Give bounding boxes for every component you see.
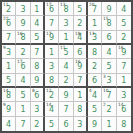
cell-digit: 4: [92, 92, 97, 100]
cell-r7c4[interactable]: 122: [45, 88, 59, 102]
cell-r7c2[interactable]: 5: [16, 88, 30, 102]
cell-r9c3[interactable]: 2: [31, 117, 45, 131]
cell-r5c3[interactable]: 8: [31, 59, 45, 73]
cell-r1c2[interactable]: 3: [16, 2, 30, 16]
cell-r2c8[interactable]: 158: [102, 16, 116, 30]
cell-digit: 4: [106, 49, 111, 57]
cage-sum-label: 9: [3, 45, 6, 49]
cell-r8c9[interactable]: 146: [117, 102, 131, 116]
cell-r9c1[interactable]: 4: [2, 117, 16, 131]
cage-sum-label: 20: [89, 2, 95, 6]
cell-digit: 2: [6, 6, 11, 14]
cell-r9c5[interactable]: 6: [59, 117, 73, 131]
cell-digit: 3: [106, 77, 111, 85]
cell-r4c1[interactable]: 93: [2, 45, 16, 59]
cell-r6c9[interactable]: 1: [117, 74, 131, 88]
cell-r6c3[interactable]: 9: [31, 74, 45, 88]
cage-sum-label: 2: [103, 102, 106, 106]
cell-r5c4[interactable]: 3: [45, 59, 59, 73]
cell-r1c3[interactable]: 1: [31, 2, 45, 16]
cell-r5c2[interactable]: 176: [16, 59, 30, 73]
cage-sum-label: 13: [60, 2, 66, 6]
cell-r6c1[interactable]: 5: [2, 74, 16, 88]
cell-r1c8[interactable]: 9: [102, 2, 116, 16]
cell-digit: 5: [6, 77, 11, 85]
cell-r3c2[interactable]: 168: [16, 31, 30, 45]
cell-digit: 3: [34, 106, 39, 114]
cell-digit: 5: [106, 63, 111, 71]
cell-r5c8[interactable]: 5: [102, 59, 116, 73]
cell-digit: 6: [63, 121, 68, 129]
cage-sum-label: 15: [103, 16, 109, 20]
cell-digit: 8: [106, 20, 111, 28]
cell-r6c2[interactable]: 4: [16, 74, 30, 88]
cell-digit: 9: [77, 63, 82, 71]
cell-digit: 9: [106, 6, 111, 14]
cell-r6c7[interactable]: 6: [88, 74, 102, 88]
cage-sum-label: 14: [3, 88, 9, 92]
cage-sum-label: 16: [118, 45, 124, 49]
cell-digit: 5: [63, 49, 68, 57]
cell-digit: 8: [77, 106, 82, 114]
cell-r4c4[interactable]: 1: [45, 45, 59, 59]
cell-r8c5[interactable]: 7: [59, 102, 73, 116]
cell-digit: 6: [6, 20, 11, 28]
cell-r8c7[interactable]: 5: [88, 102, 102, 116]
cell-r8c3[interactable]: 3: [31, 102, 45, 116]
cell-digit: 6: [106, 34, 111, 42]
cell-r3c7[interactable]: 133: [88, 31, 102, 45]
cell-digit: 4: [63, 63, 68, 71]
cell-r4c9[interactable]: 169: [117, 45, 131, 59]
cell-r7c7[interactable]: 44: [88, 88, 102, 102]
cell-digit: 7: [92, 6, 97, 14]
cell-digit: 8: [49, 77, 54, 85]
cell-digit: 8: [6, 92, 11, 100]
cell-digit: 6: [121, 106, 126, 114]
cell-digit: 2: [20, 49, 25, 57]
cell-digit: 9: [6, 106, 11, 114]
cell-digit: 8: [34, 63, 39, 71]
cell-digit: 4: [121, 6, 126, 14]
cell-r5c5[interactable]: 4: [59, 59, 73, 73]
cell-digit: 2: [106, 106, 111, 114]
cell-r6c6[interactable]: 7: [74, 74, 88, 88]
cell-digit: 8: [92, 49, 97, 57]
cell-digit: 4: [20, 77, 25, 85]
cell-digit: 2: [34, 121, 39, 129]
cage-sum-label: 4: [89, 88, 92, 92]
cage-sum-label: 13: [89, 31, 95, 35]
cell-digit: 5: [20, 92, 25, 100]
cell-r7c6[interactable]: 1: [74, 88, 88, 102]
cell-digit: 7: [49, 20, 54, 28]
cell-digit: 2: [49, 92, 54, 100]
cell-r5c1[interactable]: 1: [2, 59, 16, 73]
cell-r3c5[interactable]: 1: [59, 31, 73, 45]
cell-r8c4[interactable]: 144: [45, 102, 59, 116]
cage-sum-label: 16: [17, 31, 23, 35]
cell-digit: 1: [49, 49, 54, 57]
cell-r9c7[interactable]: 9: [88, 117, 102, 131]
cage-sum-label: 17: [46, 2, 52, 6]
cell-r7c9[interactable]: 3: [117, 88, 131, 102]
cage-sum-label: 11: [3, 2, 9, 6]
cage-sum-label: 3: [103, 74, 106, 78]
cell-r2c4[interactable]: 7: [45, 16, 59, 30]
cell-digit: 1: [6, 63, 11, 71]
cage-sum-label: 17: [46, 31, 52, 35]
cell-r6c8[interactable]: 33: [102, 74, 116, 88]
cage-sum-label: 10: [103, 88, 109, 92]
cell-r4c5[interactable]: 115: [59, 45, 73, 59]
cell-r1c1[interactable]: 112: [2, 2, 16, 16]
cage-sum-label: 14: [46, 102, 52, 106]
cell-r3c9[interactable]: 2: [117, 31, 131, 45]
cell-digit: 9: [63, 92, 68, 100]
cage-sum-label: 22: [3, 16, 9, 20]
cell-r2c5[interactable]: 3: [59, 16, 73, 30]
cage-sum-label: 14: [118, 102, 124, 106]
cell-r4c3[interactable]: 7: [31, 45, 45, 59]
cage-sum-label: 16: [75, 59, 81, 63]
cell-digit: 5: [49, 121, 54, 129]
cell-digit: 7: [6, 34, 11, 42]
cell-digit: 4: [49, 106, 54, 114]
cell-r3c8[interactable]: 6: [102, 31, 116, 45]
cell-r6c4[interactable]: 8: [45, 74, 59, 88]
cell-r1c4[interactable]: 176: [45, 2, 59, 16]
cell-digit: 1: [20, 106, 25, 114]
cell-r7c1[interactable]: 148: [2, 88, 16, 102]
cell-r8c1[interactable]: 99: [2, 102, 16, 116]
cell-digit: 6: [20, 63, 25, 71]
cell-digit: 3: [49, 63, 54, 71]
sudoku-board: 1123117613852079422694732115857168517911…: [0, 0, 133, 133]
cell-digit: 1: [63, 34, 68, 42]
cell-digit: 9: [121, 49, 126, 57]
cell-r5c6[interactable]: 169: [74, 59, 88, 73]
cell-digit: 6: [77, 49, 82, 57]
cell-digit: 8: [63, 6, 68, 14]
cell-r5c7[interactable]: 2: [88, 59, 102, 73]
cell-r4c2[interactable]: 2: [16, 45, 30, 59]
cell-digit: 5: [34, 34, 39, 42]
cage-sum-label: 12: [46, 88, 52, 92]
cage-sum-label: 8: [32, 88, 35, 92]
cell-r3c4[interactable]: 179: [45, 31, 59, 45]
cell-digit: 1: [77, 92, 82, 100]
cell-digit: 6: [34, 92, 39, 100]
cell-digit: 1: [92, 20, 97, 28]
cell-r4c7[interactable]: 8: [88, 45, 102, 59]
cage-sum-label: 11: [60, 45, 66, 49]
cell-r1c9[interactable]: 4: [117, 2, 131, 16]
cell-digit: 1: [34, 6, 39, 14]
cell-digit: 3: [121, 92, 126, 100]
cell-r9c8[interactable]: 1: [102, 117, 116, 131]
cage-sum-label: 17: [17, 59, 23, 63]
cell-r2c7[interactable]: 1: [88, 16, 102, 30]
cell-r3c3[interactable]: 5: [31, 31, 45, 45]
cell-digit: 7: [63, 106, 68, 114]
cell-r6c5[interactable]: 2: [59, 74, 73, 88]
cell-digit: 8: [121, 121, 126, 129]
cell-r2c6[interactable]: 2: [74, 16, 88, 30]
cell-digit: 9: [34, 77, 39, 85]
cell-r9c6[interactable]: 3: [74, 117, 88, 131]
cell-digit: 2: [92, 63, 97, 71]
cell-digit: 5: [77, 6, 82, 14]
cell-r9c9[interactable]: 8: [117, 117, 131, 131]
cell-r1c7[interactable]: 207: [88, 2, 102, 16]
cell-r5c9[interactable]: 7: [117, 59, 131, 73]
cell-digit: 2: [77, 20, 82, 28]
cell-digit: 3: [6, 49, 11, 57]
cell-digit: 6: [92, 77, 97, 85]
cell-r3c6[interactable]: 184: [74, 31, 88, 45]
cell-r4c6[interactable]: 6: [74, 45, 88, 59]
cell-r4c8[interactable]: 4: [102, 45, 116, 59]
cell-digit: 9: [92, 121, 97, 129]
cell-r7c8[interactable]: 107: [102, 88, 116, 102]
cell-digit: 1: [106, 121, 111, 129]
cell-digit: 3: [63, 20, 68, 28]
cell-digit: 4: [34, 20, 39, 28]
cell-r1c6[interactable]: 5: [74, 2, 88, 16]
cell-r7c3[interactable]: 86: [31, 88, 45, 102]
cage-sum-label: 18: [75, 31, 81, 35]
cell-r2c1[interactable]: 226: [2, 16, 16, 30]
cell-r8c2[interactable]: 1: [16, 102, 30, 116]
cell-digit: 7: [106, 92, 111, 100]
cell-digit: 7: [34, 49, 39, 57]
cell-r8c8[interactable]: 22: [102, 102, 116, 116]
cell-digit: 4: [6, 121, 11, 129]
cell-r9c4[interactable]: 5: [45, 117, 59, 131]
cell-digit: 7: [121, 63, 126, 71]
cage-sum-label: 9: [3, 102, 6, 106]
cell-digit: 2: [121, 34, 126, 42]
cell-r2c2[interactable]: 9: [16, 16, 30, 30]
cell-r2c9[interactable]: 5: [117, 16, 131, 30]
cell-digit: 7: [20, 121, 25, 129]
cell-digit: 2: [63, 77, 68, 85]
cell-digit: 5: [121, 20, 126, 28]
cell-digit: 6: [49, 6, 54, 14]
cell-r8c6[interactable]: 8: [74, 102, 88, 116]
cell-r3c1[interactable]: 7: [2, 31, 16, 45]
cell-digit: 7: [77, 77, 82, 85]
cell-r1c5[interactable]: 138: [59, 2, 73, 16]
cell-digit: 1: [121, 77, 126, 85]
cell-r7c5[interactable]: 9: [59, 88, 73, 102]
cell-r9c2[interactable]: 7: [16, 117, 30, 131]
cell-digit: 3: [20, 6, 25, 14]
cell-digit: 5: [92, 106, 97, 114]
cell-digit: 3: [77, 121, 82, 129]
cell-digit: 9: [20, 20, 25, 28]
cell-r2c3[interactable]: 4: [31, 16, 45, 30]
